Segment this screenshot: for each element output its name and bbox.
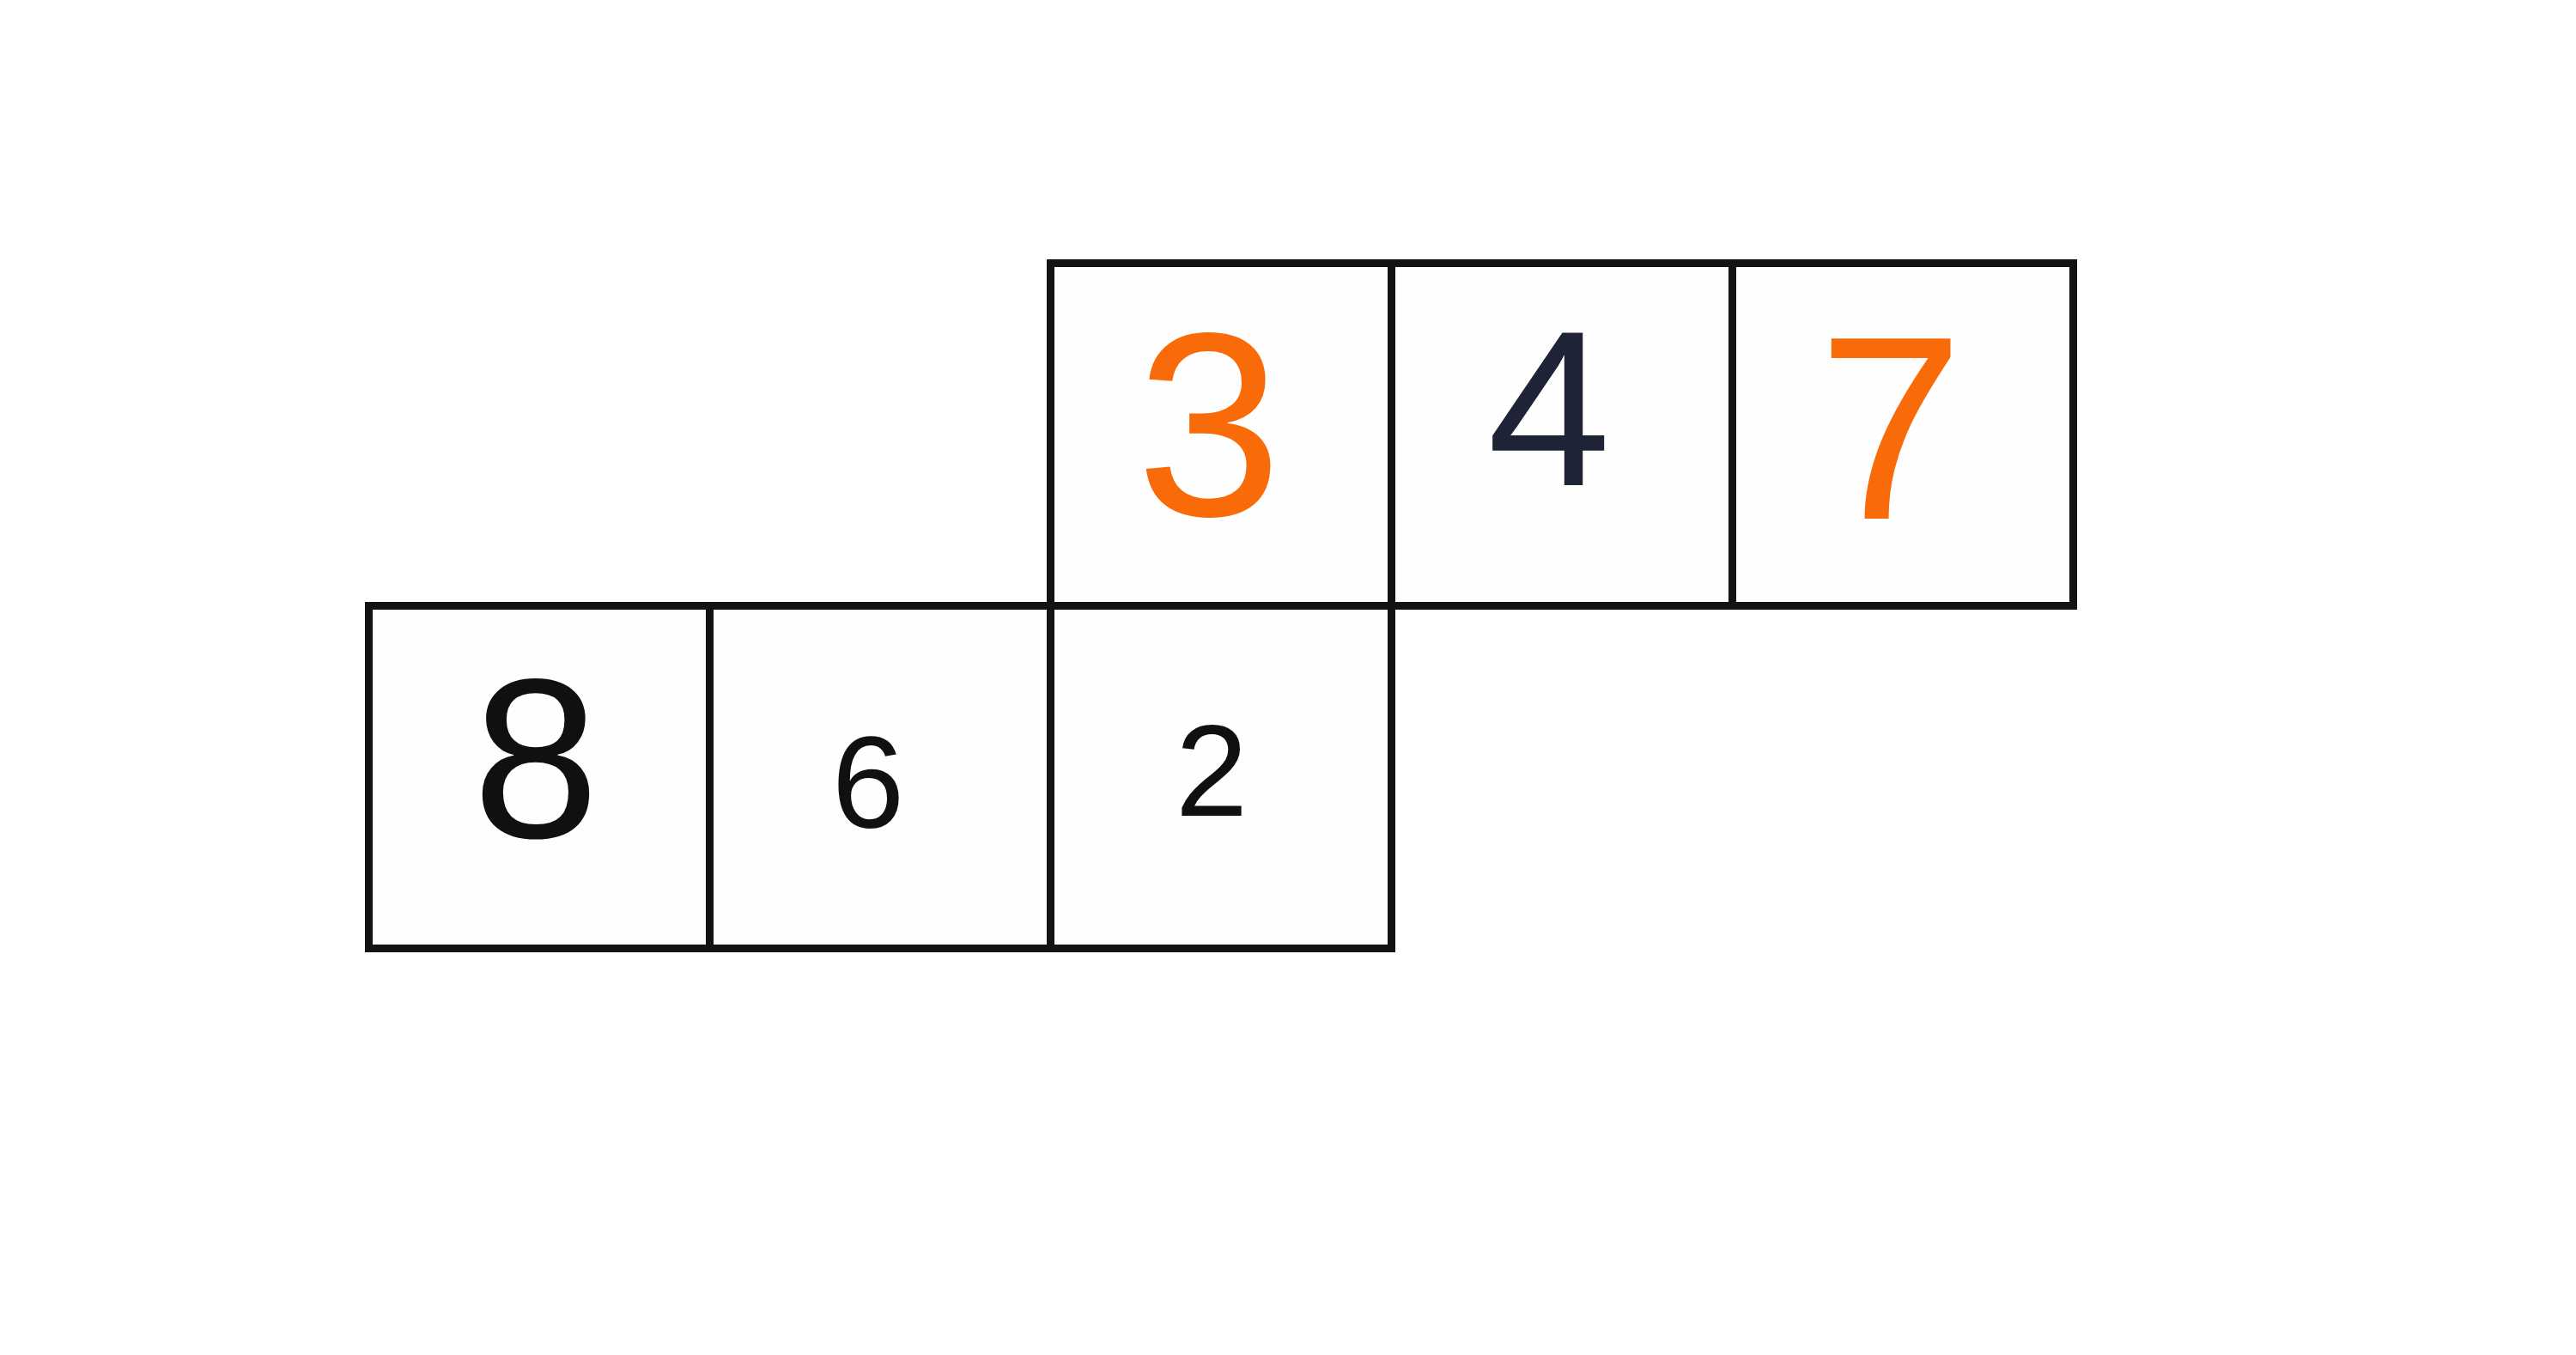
- cube-net-board: 347862: [365, 259, 2077, 952]
- cell-number: 3: [1136, 294, 1282, 556]
- net-cell-3: 3: [1047, 259, 1395, 610]
- cell-number: 6: [832, 717, 905, 848]
- net-cell-7: 7: [1728, 259, 2077, 610]
- cell-number: 8: [472, 645, 598, 872]
- cell-number: 4: [1487, 298, 1611, 520]
- net-cell-8: 8: [365, 602, 714, 952]
- net-cell-6: 6: [706, 602, 1054, 952]
- net-cell-2: 2: [1047, 602, 1395, 952]
- puzzle-diagram: 347862: [0, 0, 2576, 1355]
- net-cell-4: 4: [1388, 259, 1736, 610]
- cell-number: 7: [1818, 297, 1964, 559]
- cell-number: 2: [1176, 705, 1249, 835]
